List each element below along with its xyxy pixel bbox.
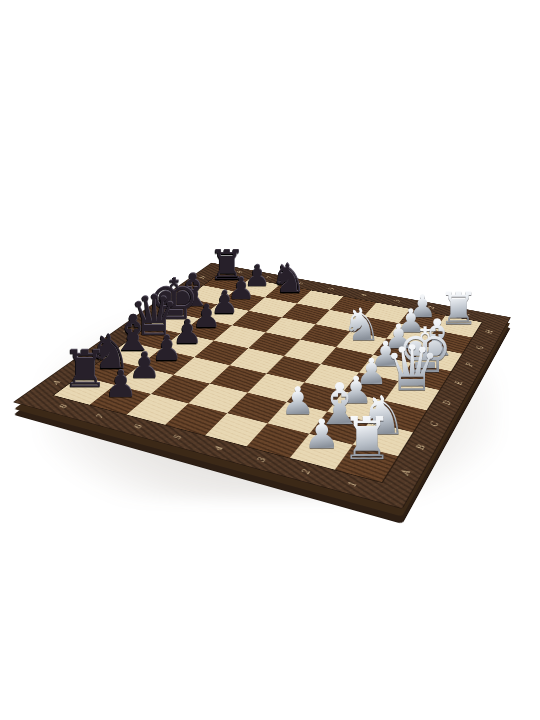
rank-label-right-3: 3	[392, 300, 402, 303]
rank-label-left-1: 1	[345, 481, 359, 488]
square-b2	[309, 412, 369, 445]
square-e1	[398, 363, 451, 390]
rank-label-right-5: 5	[326, 288, 336, 291]
square-b6	[151, 375, 210, 404]
rank-label-right-7: 7	[265, 276, 275, 279]
file-label-near-F: F	[464, 363, 476, 368]
square-d2	[344, 372, 399, 400]
square-a4	[205, 413, 267, 446]
rank-label-left-5: 5	[170, 434, 184, 440]
chess-product-photo: 1122334455667788AABBCCDDEEFFGGHH ♜♟♞♟♝♟♟…	[0, 0, 540, 720]
square-c1	[369, 401, 426, 433]
square-a8	[54, 376, 115, 405]
rank-label-left-3: 3	[254, 457, 268, 464]
rank-label-left-6: 6	[131, 424, 144, 430]
file-label-far-C: C	[99, 345, 111, 350]
rank-label-right-2: 2	[426, 306, 436, 310]
square-b3	[268, 402, 328, 434]
file-label-near-G: G	[474, 345, 485, 350]
file-label-far-A: A	[50, 380, 63, 385]
file-label-near-E: E	[453, 381, 465, 386]
square-e2	[359, 355, 411, 381]
file-label-near-A: A	[398, 469, 412, 476]
square-b8	[80, 358, 138, 385]
rank-label-right-6: 6	[295, 282, 305, 285]
square-c3	[287, 382, 344, 411]
file-label-far-G: G	[180, 288, 191, 292]
square-d1	[384, 381, 439, 410]
rank-label-left-4: 4	[211, 445, 225, 451]
square-b1	[353, 422, 413, 456]
file-label-near-C: C	[428, 421, 441, 427]
file-label-far-B: B	[75, 362, 87, 367]
file-label-far-D: D	[121, 329, 133, 334]
square-b5	[188, 384, 247, 414]
square-a6	[127, 394, 189, 425]
square-a2	[290, 434, 353, 470]
file-label-near-H: H	[484, 330, 495, 335]
square-a1	[335, 445, 398, 482]
square-a7	[90, 385, 151, 415]
square-b7	[115, 366, 174, 394]
rank-label-right-8: 8	[235, 271, 245, 274]
square-a3	[247, 423, 310, 458]
file-label-far-E: E	[142, 315, 153, 319]
square-c6	[173, 357, 229, 383]
rank-label-right-4: 4	[359, 294, 369, 297]
rank-label-right-1: 1	[461, 312, 471, 316]
rank-label-left-7: 7	[93, 414, 106, 420]
square-d3	[304, 364, 359, 391]
square-c4	[248, 374, 305, 402]
file-label-far-F: F	[162, 301, 173, 305]
square-d4	[266, 356, 320, 382]
file-label-near-B: B	[414, 444, 428, 451]
square-c5	[210, 365, 267, 392]
rank-label-left-2: 2	[299, 469, 313, 476]
square-a5	[165, 403, 227, 435]
file-label-far-H: H	[197, 276, 208, 280]
file-label-near-D: D	[440, 400, 453, 406]
square-c2	[327, 391, 384, 421]
rank-label-left-8: 8	[56, 404, 69, 409]
square-b4	[227, 393, 286, 424]
